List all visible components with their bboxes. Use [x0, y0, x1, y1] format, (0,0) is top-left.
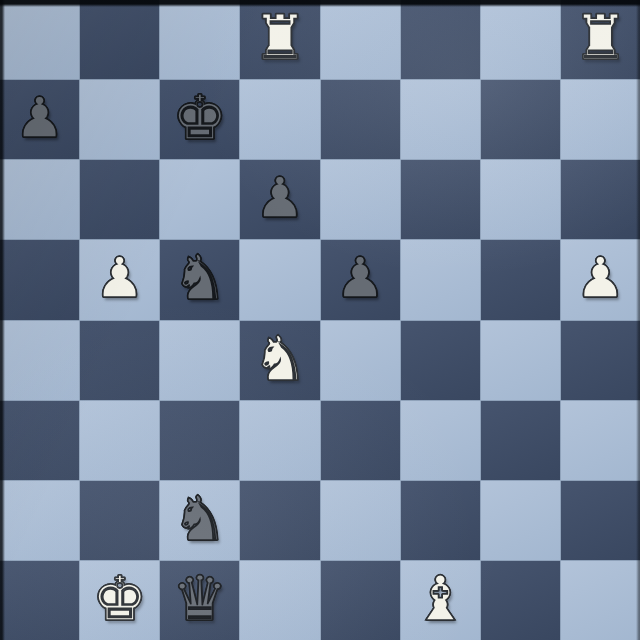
square-g7[interactable]: [481, 80, 560, 159]
square-a8[interactable]: [0, 0, 79, 79]
square-a5[interactable]: [0, 240, 79, 319]
square-a2[interactable]: [0, 481, 79, 560]
black-queen[interactable]: ♛: [172, 561, 228, 638]
square-b2[interactable]: [80, 481, 159, 560]
square-f8[interactable]: [401, 0, 480, 79]
square-e5[interactable]: ♟: [321, 240, 400, 319]
square-g2[interactable]: [481, 481, 560, 560]
square-d7[interactable]: [240, 80, 319, 159]
square-g5[interactable]: [481, 240, 560, 319]
square-g8[interactable]: [481, 0, 560, 79]
square-g4[interactable]: [481, 321, 560, 400]
white-rook[interactable]: ♜: [573, 0, 629, 77]
black-king[interactable]: ♚: [172, 80, 228, 157]
square-c3[interactable]: [160, 401, 239, 480]
square-c4[interactable]: [160, 321, 239, 400]
white-rook[interactable]: ♜: [252, 0, 308, 77]
black-pawn[interactable]: ♟: [14, 80, 64, 157]
square-f1[interactable]: ♝: [401, 561, 480, 640]
square-d6[interactable]: ♟: [240, 160, 319, 239]
square-a7[interactable]: ♟: [0, 80, 79, 159]
white-pawn[interactable]: ♟: [95, 240, 145, 317]
white-bishop[interactable]: ♝: [412, 561, 468, 638]
square-h2[interactable]: [561, 481, 640, 560]
square-e7[interactable]: [321, 80, 400, 159]
square-f2[interactable]: [401, 481, 480, 560]
square-e1[interactable]: [321, 561, 400, 640]
square-h5[interactable]: ♟: [561, 240, 640, 319]
square-d3[interactable]: [240, 401, 319, 480]
square-g1[interactable]: [481, 561, 560, 640]
square-b8[interactable]: [80, 0, 159, 79]
square-d1[interactable]: [240, 561, 319, 640]
square-f7[interactable]: [401, 80, 480, 159]
square-b3[interactable]: [80, 401, 159, 480]
square-e8[interactable]: [321, 0, 400, 79]
square-c8[interactable]: [160, 0, 239, 79]
square-g3[interactable]: [481, 401, 560, 480]
square-f5[interactable]: [401, 240, 480, 319]
square-h1[interactable]: [561, 561, 640, 640]
square-f4[interactable]: [401, 321, 480, 400]
square-h3[interactable]: [561, 401, 640, 480]
square-d8[interactable]: ♜: [240, 0, 319, 79]
square-b6[interactable]: [80, 160, 159, 239]
square-e2[interactable]: [321, 481, 400, 560]
square-d2[interactable]: [240, 481, 319, 560]
square-c1[interactable]: ♛: [160, 561, 239, 640]
square-c2[interactable]: ♞: [160, 481, 239, 560]
square-f6[interactable]: [401, 160, 480, 239]
chess-board: ♜♜♟♚♟♟♞♟♟♞♞♚♛♝: [0, 0, 640, 640]
square-f3[interactable]: [401, 401, 480, 480]
black-pawn[interactable]: ♟: [335, 240, 385, 317]
white-pawn[interactable]: ♟: [575, 240, 625, 317]
square-h4[interactable]: [561, 321, 640, 400]
square-a6[interactable]: [0, 160, 79, 239]
square-h6[interactable]: [561, 160, 640, 239]
black-knight[interactable]: ♞: [172, 240, 228, 317]
square-d4[interactable]: ♞: [240, 321, 319, 400]
square-a4[interactable]: [0, 321, 79, 400]
white-knight[interactable]: ♞: [252, 321, 308, 398]
white-king[interactable]: ♚: [92, 561, 148, 638]
square-c7[interactable]: ♚: [160, 80, 239, 159]
square-b4[interactable]: [80, 321, 159, 400]
square-a3[interactable]: [0, 401, 79, 480]
square-a1[interactable]: [0, 561, 79, 640]
square-c6[interactable]: [160, 160, 239, 239]
square-e3[interactable]: [321, 401, 400, 480]
square-b5[interactable]: ♟: [80, 240, 159, 319]
square-b7[interactable]: [80, 80, 159, 159]
square-b1[interactable]: ♚: [80, 561, 159, 640]
square-e6[interactable]: [321, 160, 400, 239]
square-e4[interactable]: [321, 321, 400, 400]
black-knight[interactable]: ♞: [172, 481, 228, 558]
chess-board-window: ♜♜♟♚♟♟♞♟♟♞♞♚♛♝: [0, 0, 640, 640]
square-d5[interactable]: [240, 240, 319, 319]
square-h7[interactable]: [561, 80, 640, 159]
square-h8[interactable]: ♜: [561, 0, 640, 79]
square-g6[interactable]: [481, 160, 560, 239]
square-c5[interactable]: ♞: [160, 240, 239, 319]
black-pawn[interactable]: ♟: [255, 160, 305, 237]
